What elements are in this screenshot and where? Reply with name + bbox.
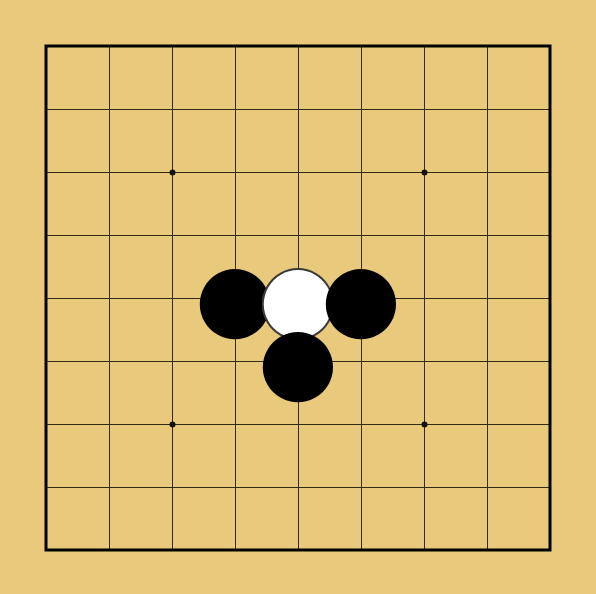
intersection[interactable] (141, 267, 204, 330)
intersection[interactable] (519, 141, 582, 204)
intersection[interactable] (78, 393, 141, 456)
intersection[interactable] (204, 204, 267, 267)
intersection[interactable] (141, 141, 204, 204)
intersection[interactable] (267, 141, 330, 204)
intersection[interactable] (141, 456, 204, 519)
intersection[interactable] (393, 15, 456, 78)
board-intersections: ●●●● (15, 15, 582, 582)
intersection[interactable] (267, 78, 330, 141)
intersection[interactable] (78, 456, 141, 519)
intersection[interactable] (15, 78, 78, 141)
intersection[interactable] (15, 456, 78, 519)
intersection[interactable] (141, 393, 204, 456)
intersection[interactable] (393, 330, 456, 393)
intersection[interactable] (15, 330, 78, 393)
intersection[interactable] (204, 15, 267, 78)
intersection[interactable] (267, 204, 330, 267)
intersection[interactable] (141, 15, 204, 78)
intersection[interactable] (456, 204, 519, 267)
intersection[interactable] (267, 15, 330, 78)
intersection[interactable] (330, 204, 393, 267)
intersection[interactable] (393, 456, 456, 519)
intersection[interactable] (393, 519, 456, 582)
intersection[interactable] (519, 15, 582, 78)
intersection[interactable] (78, 78, 141, 141)
intersection[interactable] (267, 456, 330, 519)
intersection[interactable]: ● (267, 267, 330, 330)
intersection[interactable] (204, 393, 267, 456)
intersection[interactable] (330, 456, 393, 519)
intersection[interactable] (393, 141, 456, 204)
intersection[interactable] (519, 393, 582, 456)
intersection[interactable] (78, 15, 141, 78)
intersection[interactable] (267, 393, 330, 456)
intersection[interactable] (15, 15, 78, 78)
intersection[interactable] (15, 267, 78, 330)
intersection[interactable] (204, 330, 267, 393)
intersection[interactable] (393, 78, 456, 141)
intersection[interactable] (456, 267, 519, 330)
intersection[interactable] (141, 204, 204, 267)
intersection[interactable] (456, 393, 519, 456)
intersection[interactable] (393, 393, 456, 456)
intersection[interactable] (519, 78, 582, 141)
intersection[interactable] (456, 78, 519, 141)
white-stone: ● (258, 265, 338, 328)
intersection[interactable] (330, 330, 393, 393)
black-stone: ● (195, 265, 275, 328)
intersection[interactable] (456, 456, 519, 519)
intersection[interactable] (456, 519, 519, 582)
intersection[interactable]: ● (267, 330, 330, 393)
intersection[interactable] (204, 456, 267, 519)
black-stone: ● (321, 265, 401, 328)
intersection[interactable] (15, 393, 78, 456)
intersection[interactable] (330, 78, 393, 141)
intersection[interactable] (141, 78, 204, 141)
intersection[interactable] (456, 141, 519, 204)
intersection[interactable] (393, 267, 456, 330)
intersection[interactable] (15, 204, 78, 267)
intersection[interactable] (519, 456, 582, 519)
intersection[interactable] (456, 330, 519, 393)
intersection[interactable] (78, 267, 141, 330)
intersection[interactable]: ● (330, 267, 393, 330)
intersection[interactable] (519, 204, 582, 267)
intersection[interactable] (330, 15, 393, 78)
intersection[interactable] (78, 519, 141, 582)
intersection[interactable] (330, 141, 393, 204)
intersection[interactable] (78, 141, 141, 204)
intersection[interactable] (330, 393, 393, 456)
intersection[interactable] (78, 330, 141, 393)
intersection[interactable] (78, 204, 141, 267)
intersection[interactable] (330, 519, 393, 582)
intersection[interactable] (15, 519, 78, 582)
intersection[interactable] (141, 330, 204, 393)
intersection[interactable] (393, 204, 456, 267)
intersection[interactable] (519, 330, 582, 393)
intersection[interactable] (204, 141, 267, 204)
intersection[interactable] (204, 78, 267, 141)
intersection[interactable] (141, 519, 204, 582)
intersection[interactable] (519, 267, 582, 330)
intersection[interactable] (456, 15, 519, 78)
intersection[interactable] (519, 519, 582, 582)
intersection[interactable] (15, 141, 78, 204)
intersection[interactable] (267, 519, 330, 582)
intersection[interactable] (204, 519, 267, 582)
black-stone: ● (258, 328, 338, 391)
intersection[interactable]: ● (204, 267, 267, 330)
go-board: ●●●● (0, 0, 596, 594)
